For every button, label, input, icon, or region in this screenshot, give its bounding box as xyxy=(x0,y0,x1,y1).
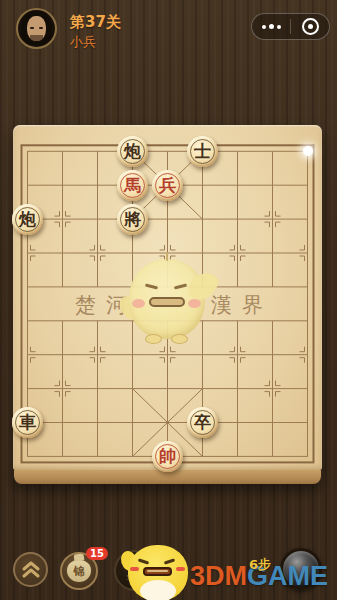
last-move-highlight-dot xyxy=(303,146,313,156)
watermark-3dm: 3DM xyxy=(190,561,247,591)
hint-count-badge: 15 xyxy=(86,547,108,560)
more-icon xyxy=(262,25,266,29)
piece-red-horse[interactable]: 馬 xyxy=(117,170,148,201)
level-title: 第37关 xyxy=(70,13,121,32)
level-subtitle: 小兵 xyxy=(70,33,96,51)
mascot-chick xyxy=(127,255,207,343)
avatar[interactable] xyxy=(16,8,57,49)
menu-button[interactable] xyxy=(13,552,48,587)
piece-black-chariot[interactable]: 車 xyxy=(12,407,43,438)
exit-icon xyxy=(302,18,319,35)
piece-black-general[interactable]: 將 xyxy=(117,204,148,235)
piece-black-cannon[interactable]: 炮 xyxy=(12,204,43,235)
exit-button[interactable] xyxy=(291,14,329,39)
chevron-up-icon xyxy=(20,560,42,580)
more-button[interactable] xyxy=(252,14,290,39)
miniprogram-capsule xyxy=(251,13,330,40)
piece-black-advisor[interactable]: 士 xyxy=(187,136,218,167)
steps-counter: 6步 xyxy=(249,556,271,574)
piece-red-general[interactable]: 帥 xyxy=(152,441,183,472)
mascot-chick-small xyxy=(126,543,192,600)
xiangqi-board: 楚河 漢界 炮士馬兵炮將車卒帥 xyxy=(13,125,322,484)
river-label-right: 漢界 xyxy=(211,291,273,319)
piece-black-pawn[interactable]: 卒 xyxy=(187,407,218,438)
app-root: 第37关 小兵 楚河 漢界 炮士馬兵炮將車卒帥 xyxy=(0,0,337,600)
piece-red-pawn[interactable]: 兵 xyxy=(152,170,183,201)
piece-black-cannon[interactable]: 炮 xyxy=(117,136,148,167)
hint-bag-icon: 锦 xyxy=(67,560,91,582)
